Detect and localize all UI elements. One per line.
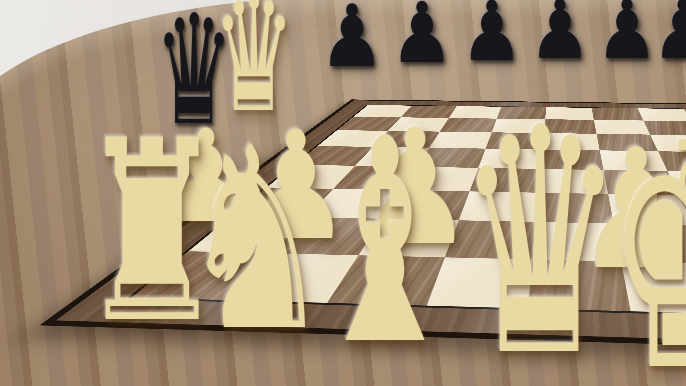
piece-white-king-e1[interactable]: ♚ (605, 87, 686, 386)
chess-set-photo: ♜♞♝♛♚♟♟♟♟♟♟♟♟♟♟♛♛ (0, 0, 686, 386)
piece-white-queen-d1[interactable]: ♛ (456, 87, 624, 386)
piece-black-pawn-b7[interactable]: ♟ (390, 0, 454, 75)
piece-black-pawn-a7[interactable]: ♟ (319, 0, 385, 79)
piece-white-bishop-c1[interactable]: ♝ (309, 102, 461, 384)
